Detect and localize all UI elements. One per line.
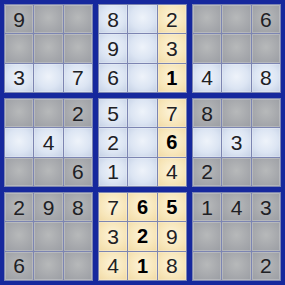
cell-r4c7[interactable]: 8 bbox=[193, 99, 221, 127]
cell-r5c3[interactable] bbox=[64, 128, 92, 156]
cell-r5c2[interactable]: 4 bbox=[34, 128, 62, 156]
cell-r6c1[interactable] bbox=[5, 158, 33, 186]
cell-r6c5[interactable] bbox=[128, 158, 156, 186]
cell-r9c3[interactable] bbox=[64, 252, 92, 280]
cell-r5c7[interactable] bbox=[193, 128, 221, 156]
cell-r4c3[interactable]: 2 bbox=[64, 99, 92, 127]
cell-r7c3[interactable]: 8 bbox=[64, 193, 92, 221]
cell-r2c2[interactable] bbox=[34, 34, 62, 62]
cell-r6c3[interactable]: 6 bbox=[64, 158, 92, 186]
cell-r8c3[interactable] bbox=[64, 222, 92, 250]
cell-r1c3[interactable] bbox=[64, 5, 92, 33]
sudoku-box-1: 937 bbox=[4, 4, 93, 93]
cell-r1c5[interactable] bbox=[128, 5, 156, 33]
sudoku-box-9: 1432 bbox=[192, 192, 281, 281]
cell-r1c7[interactable] bbox=[193, 5, 221, 33]
sudoku-board: 9378293616482465726148322986765329418143… bbox=[0, 0, 285, 285]
cell-r7c8[interactable]: 4 bbox=[222, 193, 250, 221]
cell-r8c9[interactable] bbox=[252, 222, 280, 250]
cell-r7c4[interactable]: 7 bbox=[99, 193, 127, 221]
cell-r3c7[interactable]: 4 bbox=[193, 64, 221, 92]
cell-r2c5[interactable] bbox=[128, 34, 156, 62]
cell-r2c1[interactable] bbox=[5, 34, 33, 62]
cell-r6c4[interactable]: 1 bbox=[99, 158, 127, 186]
cell-r9c4[interactable]: 4 bbox=[99, 252, 127, 280]
cell-r4c2[interactable] bbox=[34, 99, 62, 127]
cell-r8c7[interactable] bbox=[193, 222, 221, 250]
cell-r2c9[interactable] bbox=[252, 34, 280, 62]
cell-r9c6[interactable]: 8 bbox=[158, 252, 186, 280]
cell-r7c2[interactable]: 9 bbox=[34, 193, 62, 221]
cell-r8c4[interactable]: 3 bbox=[99, 222, 127, 250]
cell-r3c8[interactable] bbox=[222, 64, 250, 92]
cell-r9c1[interactable]: 6 bbox=[5, 252, 33, 280]
cell-r1c9[interactable]: 6 bbox=[252, 5, 280, 33]
cell-r8c5[interactable]: 2 bbox=[128, 222, 156, 250]
cell-r7c5[interactable]: 6 bbox=[128, 193, 156, 221]
cell-r9c8[interactable] bbox=[222, 252, 250, 280]
sudoku-box-8: 765329418 bbox=[98, 192, 187, 281]
cell-r1c8[interactable] bbox=[222, 5, 250, 33]
cell-r6c8[interactable] bbox=[222, 158, 250, 186]
sudoku-box-7: 2986 bbox=[4, 192, 93, 281]
cell-r3c9[interactable]: 8 bbox=[252, 64, 280, 92]
cell-r4c6[interactable]: 7 bbox=[158, 99, 186, 127]
cell-r1c4[interactable]: 8 bbox=[99, 5, 127, 33]
cell-r9c7[interactable] bbox=[193, 252, 221, 280]
cell-r4c5[interactable] bbox=[128, 99, 156, 127]
cell-r3c2[interactable] bbox=[34, 64, 62, 92]
cell-r1c6[interactable]: 2 bbox=[158, 5, 186, 33]
cell-r3c1[interactable]: 3 bbox=[5, 64, 33, 92]
cell-r8c2[interactable] bbox=[34, 222, 62, 250]
cell-r2c3[interactable] bbox=[64, 34, 92, 62]
cell-r6c2[interactable] bbox=[34, 158, 62, 186]
cell-r5c8[interactable]: 3 bbox=[222, 128, 250, 156]
cell-r4c9[interactable] bbox=[252, 99, 280, 127]
cell-r8c8[interactable] bbox=[222, 222, 250, 250]
cell-r3c4[interactable]: 6 bbox=[99, 64, 127, 92]
sudoku-box-6: 832 bbox=[192, 98, 281, 187]
sudoku-box-5: 572614 bbox=[98, 98, 187, 187]
cell-r7c7[interactable]: 1 bbox=[193, 193, 221, 221]
cell-r3c5[interactable] bbox=[128, 64, 156, 92]
cell-r7c1[interactable]: 2 bbox=[5, 193, 33, 221]
cell-r4c4[interactable]: 5 bbox=[99, 99, 127, 127]
cell-r5c4[interactable]: 2 bbox=[99, 128, 127, 156]
sudoku-box-4: 246 bbox=[4, 98, 93, 187]
cell-r5c1[interactable] bbox=[5, 128, 33, 156]
cell-r9c2[interactable] bbox=[34, 252, 62, 280]
cell-r5c6[interactable]: 6 bbox=[158, 128, 186, 156]
cell-r1c2[interactable] bbox=[34, 5, 62, 33]
cell-r6c9[interactable] bbox=[252, 158, 280, 186]
cell-r9c9[interactable]: 2 bbox=[252, 252, 280, 280]
cell-r4c1[interactable] bbox=[5, 99, 33, 127]
sudoku-box-3: 648 bbox=[192, 4, 281, 93]
cell-r8c1[interactable] bbox=[5, 222, 33, 250]
cell-r7c9[interactable]: 3 bbox=[252, 193, 280, 221]
cell-r5c5[interactable] bbox=[128, 128, 156, 156]
cell-r6c6[interactable]: 4 bbox=[158, 158, 186, 186]
cell-r2c7[interactable] bbox=[193, 34, 221, 62]
cell-r3c6[interactable]: 1 bbox=[158, 64, 186, 92]
cell-r2c4[interactable]: 9 bbox=[99, 34, 127, 62]
cell-r9c5[interactable]: 1 bbox=[128, 252, 156, 280]
cell-r4c8[interactable] bbox=[222, 99, 250, 127]
cell-r5c9[interactable] bbox=[252, 128, 280, 156]
cell-r3c3[interactable]: 7 bbox=[64, 64, 92, 92]
cell-r6c7[interactable]: 2 bbox=[193, 158, 221, 186]
cell-r7c6[interactable]: 5 bbox=[158, 193, 186, 221]
sudoku-box-2: 829361 bbox=[98, 4, 187, 93]
cell-r2c8[interactable] bbox=[222, 34, 250, 62]
cell-r1c1[interactable]: 9 bbox=[5, 5, 33, 33]
cell-r8c6[interactable]: 9 bbox=[158, 222, 186, 250]
cell-r2c6[interactable]: 3 bbox=[158, 34, 186, 62]
